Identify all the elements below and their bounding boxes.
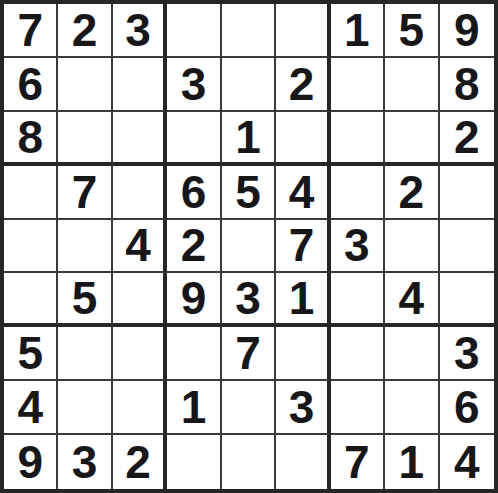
cell-r4c8[interactable]: 2: [385, 166, 439, 220]
cell-r8c9[interactable]: 6: [440, 381, 494, 435]
cell-r6c3[interactable]: [113, 273, 167, 327]
cell-r4c9[interactable]: [440, 166, 494, 220]
cell-r6c7[interactable]: [331, 273, 385, 327]
cell-r4c3[interactable]: [113, 166, 167, 220]
cell-r7c9[interactable]: 3: [440, 327, 494, 381]
cell-r9c7[interactable]: 7: [331, 435, 385, 489]
cell-r6c8[interactable]: 4: [385, 273, 439, 327]
cell-r1c4[interactable]: [167, 4, 221, 58]
cell-r2c9[interactable]: 8: [440, 58, 494, 112]
cell-r3c6[interactable]: [276, 112, 330, 166]
cell-r2c3[interactable]: [113, 58, 167, 112]
cell-r1c5[interactable]: [222, 4, 276, 58]
cell-r7c5[interactable]: 7: [222, 327, 276, 381]
sudoku-page: 7231596328812765424273593145734136932714: [0, 0, 498, 493]
cell-r2c5[interactable]: [222, 58, 276, 112]
cell-r7c7[interactable]: [331, 327, 385, 381]
cell-r8c3[interactable]: [113, 381, 167, 435]
cell-r9c5[interactable]: [222, 435, 276, 489]
cell-r8c4[interactable]: 1: [167, 381, 221, 435]
cell-r8c6[interactable]: 3: [276, 381, 330, 435]
cell-r9c3[interactable]: 2: [113, 435, 167, 489]
cell-r5c2[interactable]: [58, 220, 112, 274]
cell-r9c9[interactable]: 4: [440, 435, 494, 489]
cell-r5c6[interactable]: 7: [276, 220, 330, 274]
cell-r8c7[interactable]: [331, 381, 385, 435]
cell-r7c4[interactable]: [167, 327, 221, 381]
cell-r2c6[interactable]: 2: [276, 58, 330, 112]
cell-r3c4[interactable]: [167, 112, 221, 166]
cell-r6c2[interactable]: 5: [58, 273, 112, 327]
cell-r7c1[interactable]: 5: [4, 327, 58, 381]
cell-r9c4[interactable]: [167, 435, 221, 489]
cell-r4c1[interactable]: [4, 166, 58, 220]
cell-r5c4[interactable]: 2: [167, 220, 221, 274]
cell-r5c7[interactable]: 3: [331, 220, 385, 274]
cell-r8c1[interactable]: 4: [4, 381, 58, 435]
cell-r7c6[interactable]: [276, 327, 330, 381]
cell-r9c2[interactable]: 3: [58, 435, 112, 489]
cell-r1c6[interactable]: [276, 4, 330, 58]
cell-r5c3[interactable]: 4: [113, 220, 167, 274]
cell-r3c7[interactable]: [331, 112, 385, 166]
cell-r3c5[interactable]: 1: [222, 112, 276, 166]
cell-r2c1[interactable]: 6: [4, 58, 58, 112]
cell-r3c8[interactable]: [385, 112, 439, 166]
cell-r5c9[interactable]: [440, 220, 494, 274]
cell-r1c7[interactable]: 1: [331, 4, 385, 58]
cell-r6c4[interactable]: 9: [167, 273, 221, 327]
cell-r7c8[interactable]: [385, 327, 439, 381]
cell-r6c9[interactable]: [440, 273, 494, 327]
cell-r1c1[interactable]: 7: [4, 4, 58, 58]
cell-r4c6[interactable]: 4: [276, 166, 330, 220]
cell-r4c5[interactable]: 5: [222, 166, 276, 220]
cell-r7c2[interactable]: [58, 327, 112, 381]
cell-r4c4[interactable]: 6: [167, 166, 221, 220]
cell-r1c2[interactable]: 2: [58, 4, 112, 58]
cell-r1c3[interactable]: 3: [113, 4, 167, 58]
cell-r5c8[interactable]: [385, 220, 439, 274]
cell-r8c2[interactable]: [58, 381, 112, 435]
cell-r5c5[interactable]: [222, 220, 276, 274]
cell-r3c3[interactable]: [113, 112, 167, 166]
cell-r3c2[interactable]: [58, 112, 112, 166]
cell-r9c1[interactable]: 9: [4, 435, 58, 489]
cell-r2c2[interactable]: [58, 58, 112, 112]
cell-r9c6[interactable]: [276, 435, 330, 489]
cell-r3c9[interactable]: 2: [440, 112, 494, 166]
cell-r3c1[interactable]: 8: [4, 112, 58, 166]
cell-r1c9[interactable]: 9: [440, 4, 494, 58]
cell-r6c5[interactable]: 3: [222, 273, 276, 327]
cell-r4c7[interactable]: [331, 166, 385, 220]
cell-r6c1[interactable]: [4, 273, 58, 327]
cell-r6c6[interactable]: 1: [276, 273, 330, 327]
cell-r8c5[interactable]: [222, 381, 276, 435]
cell-r4c2[interactable]: 7: [58, 166, 112, 220]
cell-r8c8[interactable]: [385, 381, 439, 435]
sudoku-board: 7231596328812765424273593145734136932714: [0, 0, 498, 493]
cell-r7c3[interactable]: [113, 327, 167, 381]
cell-r5c1[interactable]: [4, 220, 58, 274]
cell-r2c7[interactable]: [331, 58, 385, 112]
cell-r1c8[interactable]: 5: [385, 4, 439, 58]
cell-r2c8[interactable]: [385, 58, 439, 112]
cell-r9c8[interactable]: 1: [385, 435, 439, 489]
cell-r2c4[interactable]: 3: [167, 58, 221, 112]
